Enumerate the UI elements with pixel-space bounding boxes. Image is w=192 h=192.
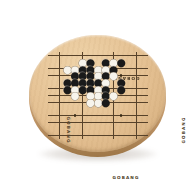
board-intersection[interactable] [133, 85, 141, 92]
board-grid: ●●●●●●●●●●●●●●●●●●●●●●●●●●●●●●●●●●●●●●●● [48, 52, 148, 139]
board-intersection[interactable] [117, 99, 125, 106]
board-intersection[interactable] [133, 92, 141, 99]
board-intersection[interactable] [110, 126, 118, 133]
board-intersection[interactable] [48, 119, 56, 126]
board-intersection[interactable] [133, 79, 141, 86]
board-intersection[interactable] [63, 112, 71, 119]
board-intersection[interactable] [56, 52, 64, 59]
board-intersection[interactable] [140, 106, 148, 113]
board-intersection[interactable] [94, 132, 102, 139]
board-intersection[interactable]: ● [102, 99, 110, 106]
board-intersection[interactable] [94, 119, 102, 126]
board-intersection[interactable] [125, 52, 133, 59]
board-intersection[interactable] [133, 99, 141, 106]
board-intersection[interactable]: ● [117, 85, 125, 92]
board-intersection[interactable] [71, 112, 79, 119]
board-intersection[interactable] [71, 119, 79, 126]
board-intersection[interactable] [94, 112, 102, 119]
board-intersection[interactable] [140, 72, 148, 79]
board-intersection[interactable] [133, 132, 141, 139]
black-stone[interactable]: ● [101, 97, 110, 108]
board-intersection[interactable] [48, 59, 56, 66]
board-intersection[interactable] [48, 132, 56, 139]
board-intersection[interactable] [48, 99, 56, 106]
board-intersection[interactable] [110, 112, 118, 119]
board-intersection[interactable]: ● [110, 92, 118, 99]
board-intersection[interactable] [48, 72, 56, 79]
board-intersection[interactable] [48, 52, 56, 59]
board-intersection[interactable] [140, 99, 148, 106]
board-intersection[interactable] [102, 126, 110, 133]
board-intersection[interactable] [71, 106, 79, 113]
board-intersection[interactable] [117, 119, 125, 126]
board-intersection[interactable] [140, 85, 148, 92]
board-intersection[interactable] [110, 106, 118, 113]
board-intersection[interactable] [140, 119, 148, 126]
board-intersection[interactable] [48, 92, 56, 99]
board-intersection[interactable] [125, 92, 133, 99]
board-intersection[interactable] [63, 126, 71, 133]
board-intersection[interactable] [48, 126, 56, 133]
board-intersection[interactable] [133, 59, 141, 66]
board-intersection[interactable] [133, 119, 141, 126]
board-intersection[interactable] [125, 106, 133, 113]
board-intersection[interactable] [125, 99, 133, 106]
board-intersection[interactable] [79, 119, 87, 126]
board-intersection[interactable] [79, 132, 87, 139]
board-intersection[interactable]: ● [71, 92, 79, 99]
star-point [74, 114, 76, 116]
board-intersection[interactable] [140, 65, 148, 72]
board-intersection[interactable] [56, 132, 64, 139]
board-intersection[interactable] [140, 79, 148, 86]
board-intersection[interactable] [125, 59, 133, 66]
board-intersection[interactable] [56, 106, 64, 113]
board-intersection[interactable] [86, 126, 94, 133]
board-intersection[interactable] [110, 132, 118, 139]
board-intersection[interactable] [110, 119, 118, 126]
board-intersection[interactable] [140, 52, 148, 59]
board-intersection[interactable] [63, 132, 71, 139]
board-intersection[interactable] [56, 99, 64, 106]
board-intersection[interactable] [102, 119, 110, 126]
board-intersection[interactable] [140, 92, 148, 99]
board-intersection[interactable] [56, 126, 64, 133]
white-stone[interactable]: ● [70, 90, 79, 101]
star-point [120, 114, 122, 116]
board-intersection[interactable] [125, 132, 133, 139]
board-intersection[interactable]: ● [117, 59, 125, 66]
board-intersection[interactable] [125, 85, 133, 92]
board-intersection[interactable] [125, 126, 133, 133]
gobang-board: GOBANG GOBANG GOBANG GOBANG ●●●●●●●●●●●●… [29, 35, 166, 152]
board-intersection[interactable] [48, 65, 56, 72]
board-intersection[interactable] [102, 112, 110, 119]
board-intersection[interactable] [133, 52, 141, 59]
board-intersection[interactable] [117, 132, 125, 139]
board-intersection[interactable] [79, 112, 87, 119]
board-intersection[interactable] [140, 132, 148, 139]
board-intersection[interactable] [133, 126, 141, 133]
board-intersection[interactable] [117, 112, 125, 119]
board-intersection[interactable] [56, 112, 64, 119]
board-intersection[interactable] [71, 126, 79, 133]
board-intersection[interactable] [133, 65, 141, 72]
board-intersection[interactable] [102, 132, 110, 139]
board-intersection[interactable] [125, 112, 133, 119]
board-intersection[interactable] [63, 106, 71, 113]
board-intersection[interactable] [63, 52, 71, 59]
board-intersection[interactable] [48, 79, 56, 86]
board-intersection[interactable] [86, 132, 94, 139]
board-intersection[interactable] [133, 72, 141, 79]
board-intersection[interactable] [125, 79, 133, 86]
board-intersection[interactable] [140, 59, 148, 66]
board-intersection[interactable] [125, 72, 133, 79]
board-intersection[interactable] [133, 106, 141, 113]
board-intersection[interactable] [140, 112, 148, 119]
board-intersection[interactable] [133, 112, 141, 119]
board-intersection[interactable] [125, 119, 133, 126]
board-intersection[interactable] [86, 119, 94, 126]
board-intersection[interactable] [48, 85, 56, 92]
board-intersection[interactable] [94, 126, 102, 133]
board-intersection[interactable] [117, 106, 125, 113]
board-intersection[interactable] [140, 126, 148, 133]
board-intersection[interactable] [63, 119, 71, 126]
board-intersection[interactable] [79, 126, 87, 133]
board-intersection[interactable] [48, 106, 56, 113]
board-label-right: GOBANG [181, 108, 187, 152]
board-intersection[interactable] [117, 126, 125, 133]
board-intersection[interactable] [125, 65, 133, 72]
board-intersection[interactable] [56, 119, 64, 126]
board-label-bottom: GOBANG [104, 175, 148, 181]
board-intersection[interactable] [48, 112, 56, 119]
board-intersection[interactable] [71, 132, 79, 139]
board-intersection[interactable] [86, 112, 94, 119]
